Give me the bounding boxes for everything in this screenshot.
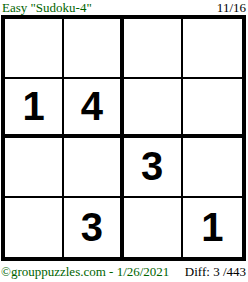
cell-r2c2-given[interactable]: 4 <box>64 79 123 139</box>
puzzle-title: Easy "Sudoku-4" <box>2 0 92 15</box>
cell-r3c4-empty[interactable] <box>183 138 242 198</box>
cell-r1c2-empty[interactable] <box>64 19 123 79</box>
cell-r3c1-empty[interactable] <box>5 138 64 198</box>
cell-r4c4-given[interactable]: 1 <box>183 198 242 258</box>
copyright-text: ©grouppuzzles.com - 1/26/2021 <box>1 264 169 280</box>
puzzle-number: 11/16 <box>217 0 246 15</box>
cell-r1c1-empty[interactable] <box>5 19 64 79</box>
cell-r3c2-empty[interactable] <box>64 138 123 198</box>
cell-r4c2-given[interactable]: 3 <box>64 198 123 258</box>
cell-r4c1-empty[interactable] <box>5 198 64 258</box>
cell-r4c3-empty[interactable] <box>124 198 183 258</box>
cell-r1c4-empty[interactable] <box>183 19 242 79</box>
cell-r2c3-empty[interactable] <box>124 79 183 139</box>
sudoku-grid: 14331 <box>1 15 246 261</box>
cell-r1c3-empty[interactable] <box>124 19 183 79</box>
cell-r2c4-empty[interactable] <box>183 79 242 139</box>
cell-r2c1-given[interactable]: 1 <box>5 79 64 139</box>
cell-r3c3-given[interactable]: 3 <box>124 138 183 198</box>
difficulty-text: Diff: 3 /443 <box>185 264 246 280</box>
